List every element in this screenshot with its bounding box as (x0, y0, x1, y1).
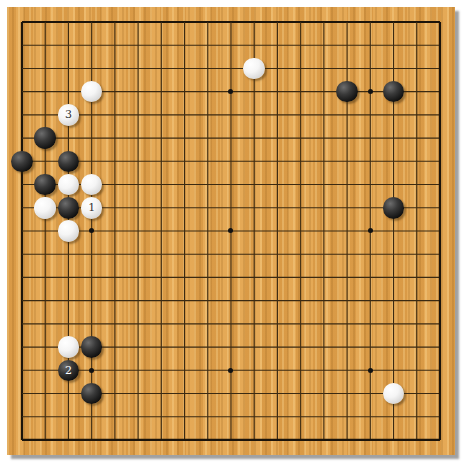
stone-white-move-1: 1 (81, 197, 103, 219)
stone-white-move-3: 3 (58, 104, 80, 126)
star-point (89, 228, 94, 233)
stone-black-move-2: 2 (58, 360, 80, 382)
stone-black (58, 151, 80, 173)
intersections-grid[interactable]: 312 (10, 10, 451, 451)
stone-black (58, 197, 80, 219)
stone-black (81, 336, 103, 358)
stone-black (34, 127, 56, 149)
move-number-label: 3 (65, 109, 72, 120)
stone-white (58, 220, 80, 242)
stone-white (81, 174, 103, 196)
star-point (368, 228, 373, 233)
star-point (228, 368, 233, 373)
star-point (89, 368, 94, 373)
stone-white (34, 197, 56, 219)
move-number-label: 1 (88, 202, 95, 213)
stone-black (81, 383, 103, 405)
page-frame: 312 (0, 0, 464, 464)
stone-white (81, 81, 103, 103)
stone-black (383, 197, 405, 219)
stone-white (58, 174, 80, 196)
star-point (368, 368, 373, 373)
move-number-label: 2 (65, 365, 72, 376)
stone-white (383, 383, 405, 405)
stone-black (336, 81, 358, 103)
star-point (368, 89, 373, 94)
go-board[interactable]: 312 (7, 7, 455, 455)
star-point (228, 89, 233, 94)
stone-white (243, 58, 265, 80)
stone-black (383, 81, 405, 103)
stone-black (11, 151, 33, 173)
stone-white (58, 336, 80, 358)
star-point (228, 228, 233, 233)
stone-black (34, 174, 56, 196)
